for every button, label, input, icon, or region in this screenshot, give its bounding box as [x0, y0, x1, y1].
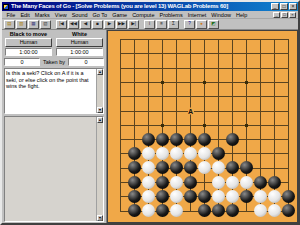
white-stone[interactable] [170, 190, 183, 203]
print-icon[interactable]: ▧ [40, 20, 51, 29]
star-point [161, 81, 164, 84]
app-window: The Many Faces of Go - [Solve Problems (… [0, 0, 300, 225]
star-point [161, 124, 164, 127]
black-stone[interactable] [128, 147, 141, 160]
black-stone[interactable] [268, 176, 281, 189]
black-stone[interactable] [128, 204, 141, 217]
black-stone[interactable] [170, 161, 183, 174]
black-stone[interactable] [212, 204, 225, 217]
black-stone[interactable] [156, 204, 169, 217]
new-board-icon[interactable]: ▤ [4, 20, 15, 29]
white-stone[interactable] [254, 204, 267, 217]
black-stone[interactable] [226, 133, 239, 146]
app-icon [3, 4, 9, 10]
move-list-box[interactable]: ▲ ▼ ◢ [4, 116, 104, 222]
instructions-scrollbar[interactable]: ▲ ▼ [96, 69, 103, 113]
black-stone[interactable] [142, 133, 155, 146]
save-icon[interactable]: ▦ [28, 20, 39, 29]
menu-item-game[interactable]: Game [110, 11, 130, 19]
status-bar [2, 223, 298, 225]
white-stone[interactable] [170, 204, 183, 217]
black-stone[interactable] [282, 204, 295, 217]
black-stone[interactable] [156, 190, 169, 203]
white-stone[interactable] [184, 147, 197, 160]
black-stone[interactable] [198, 133, 211, 146]
white-captures: 0 [68, 58, 104, 66]
black-stone[interactable] [184, 133, 197, 146]
maximize-button[interactable]: □ [280, 3, 288, 10]
black-to-move-header: Black to move [4, 31, 53, 38]
white-stone[interactable] [170, 176, 183, 189]
white-clock: 1:00:00 [56, 48, 103, 56]
menu-item-sound[interactable]: Sound [69, 11, 90, 19]
scroll-down-icon[interactable]: ▼ [97, 107, 103, 113]
captures-label: Taken by [40, 59, 68, 65]
point-label-A[interactable]: A [187, 108, 193, 115]
back-icon[interactable]: ◀ [80, 20, 91, 29]
scroll-up-icon[interactable]: ▲ [97, 117, 103, 123]
minimize-button[interactable]: _ [271, 3, 279, 10]
black-clock: 1:00:00 [5, 48, 52, 56]
first-move-icon[interactable]: |◀ [56, 20, 67, 29]
black-stone[interactable] [212, 147, 225, 160]
star-point [245, 124, 248, 127]
black-stone[interactable] [240, 161, 253, 174]
score-icon[interactable]: Σ [168, 20, 179, 29]
close-button[interactable]: × [289, 3, 297, 10]
back-10-icon[interactable]: ◀◀ [68, 20, 79, 29]
menu-bar: FileEditMarksViewSoundGo ToGameComputePr… [2, 11, 298, 19]
white-stone[interactable] [212, 161, 225, 174]
white-stone[interactable] [142, 190, 155, 203]
white-stone[interactable] [142, 176, 155, 189]
menu-item-compute[interactable]: Compute [130, 11, 157, 19]
toolbar-separator [180, 20, 183, 29]
problem-instructions-box: Is this a seki? Click on A if it is a se… [4, 68, 104, 114]
black-stone[interactable] [198, 190, 211, 203]
black-stone[interactable] [128, 190, 141, 203]
resize-grip-icon[interactable]: ◢ [98, 216, 102, 221]
white-player-button[interactable]: Human [56, 38, 103, 47]
white-stone[interactable] [240, 176, 253, 189]
menu-item-problems[interactable]: Problems [157, 11, 185, 19]
black-stone[interactable] [156, 176, 169, 189]
black-stone[interactable] [170, 133, 183, 146]
star-point [203, 81, 206, 84]
problem-instructions: Is this a seki? Click on A if it is a se… [5, 69, 96, 113]
menu-item-go-to[interactable]: Go To [90, 11, 110, 19]
white-stone[interactable] [226, 176, 239, 189]
white-stone[interactable] [170, 147, 183, 160]
last-move-icon[interactable]: ▶| [128, 20, 139, 29]
white-stone[interactable] [212, 176, 225, 189]
black-stone[interactable] [282, 190, 295, 203]
child-minimize-button[interactable]: _ [273, 12, 280, 18]
black-stone[interactable] [240, 190, 253, 203]
game-info-panel: Black to move White Human Human 1:00:00 … [2, 30, 107, 223]
black-captures: 0 [4, 58, 40, 66]
menu-item-internet[interactable]: Internet [185, 11, 209, 19]
black-stone[interactable] [128, 176, 141, 189]
black-stone[interactable] [198, 204, 211, 217]
white-header: White [55, 31, 104, 38]
menu-item-help[interactable]: Help [233, 11, 249, 19]
white-stone[interactable] [142, 161, 155, 174]
black-player-button[interactable]: Human [5, 38, 52, 47]
toolbar: ▤▥▦▧|◀◀◀◀■▶▶▶▶|i≡Σ?●◩ [2, 19, 298, 30]
forward-10-icon[interactable]: ▶▶ [116, 20, 127, 29]
white-stone[interactable] [142, 204, 155, 217]
problem-mode-icon[interactable]: ● [196, 20, 207, 29]
child-restore-button[interactable]: □ [281, 12, 288, 18]
white-stone[interactable] [212, 190, 225, 203]
edit-icon[interactable]: ≡ [156, 20, 167, 29]
white-stone[interactable] [226, 190, 239, 203]
white-stone[interactable] [156, 147, 169, 160]
white-stone[interactable] [198, 147, 211, 160]
info-icon[interactable]: i [144, 20, 155, 29]
black-stone[interactable] [254, 176, 267, 189]
menu-item-view[interactable]: View [52, 11, 69, 19]
black-stone[interactable] [226, 161, 239, 174]
black-stone[interactable] [226, 204, 239, 217]
black-stone[interactable] [184, 176, 197, 189]
black-stone[interactable] [156, 133, 169, 146]
toolbar-separator [140, 20, 143, 29]
white-stone[interactable] [254, 190, 267, 203]
star-point [245, 81, 248, 84]
toolbar-separator [52, 20, 55, 29]
menu-item-marks[interactable]: Marks [32, 11, 52, 19]
white-stone[interactable] [198, 161, 211, 174]
move-list-scrollbar[interactable]: ▲ ▼ [96, 117, 103, 221]
black-stone[interactable] [128, 161, 141, 174]
black-stone[interactable] [184, 161, 197, 174]
help-icon[interactable]: ? [184, 20, 195, 29]
child-close-button[interactable]: × [289, 12, 296, 18]
white-stone[interactable] [268, 204, 281, 217]
menu-item-file[interactable]: File [4, 11, 18, 19]
internet-play-icon[interactable]: ◩ [208, 20, 219, 29]
star-point [203, 124, 206, 127]
grid-line [288, 39, 289, 212]
black-stone[interactable] [184, 190, 197, 203]
white-stone[interactable] [268, 190, 281, 203]
go-board[interactable]: A [107, 30, 298, 223]
open-icon[interactable]: ▥ [16, 20, 27, 29]
scroll-up-icon[interactable]: ▲ [97, 69, 103, 75]
black-stone[interactable] [156, 161, 169, 174]
forward-icon[interactable]: ▶ [104, 20, 115, 29]
menu-item-edit[interactable]: Edit [18, 11, 32, 19]
stop-icon[interactable]: ■ [92, 20, 103, 29]
menu-item-window[interactable]: Window [209, 11, 234, 19]
white-stone[interactable] [142, 147, 155, 160]
